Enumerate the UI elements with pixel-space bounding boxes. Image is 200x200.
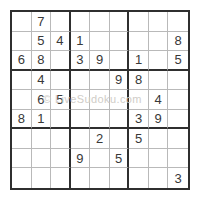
sudoku-cell-r8c2[interactable]: [32, 149, 52, 169]
sudoku-cell-r8c4[interactable]: 9: [71, 149, 91, 169]
sudoku-cell-r6c5[interactable]: [90, 110, 110, 130]
sudoku-cell-r4c3[interactable]: [51, 71, 71, 91]
sudoku-cell-r7c6[interactable]: [110, 129, 130, 149]
sudoku-cell-r7c2[interactable]: [32, 129, 52, 149]
sudoku-cell-r5c3[interactable]: 5: [51, 90, 71, 110]
sudoku-cell-r2c4[interactable]: 1: [71, 32, 91, 52]
sudoku-cell-r3c7[interactable]: 1: [129, 51, 149, 71]
sudoku-board: 75418683915498654813925953: [10, 10, 190, 190]
sudoku-cell-r4c1[interactable]: [12, 71, 32, 91]
sudoku-cell-r1c2[interactable]: 7: [32, 12, 52, 32]
sudoku-cell-r3c3[interactable]: [51, 51, 71, 71]
sudoku-cell-r4c4[interactable]: [71, 71, 91, 91]
sudoku-cell-r9c9[interactable]: 3: [168, 168, 188, 188]
sudoku-cell-r9c4[interactable]: [71, 168, 91, 188]
sudoku-cell-r9c6[interactable]: [110, 168, 130, 188]
sudoku-cell-r9c1[interactable]: [12, 168, 32, 188]
sudoku-cell-r4c6[interactable]: 9: [110, 71, 130, 91]
sudoku-cell-r1c5[interactable]: [90, 12, 110, 32]
sudoku-cell-r9c2[interactable]: [32, 168, 52, 188]
sudoku-cell-r6c6[interactable]: [110, 110, 130, 130]
sudoku-cell-r4c8[interactable]: [149, 71, 169, 91]
sudoku-cell-r7c8[interactable]: [149, 129, 169, 149]
sudoku-cell-r1c7[interactable]: [129, 12, 149, 32]
sudoku-cell-r6c3[interactable]: [51, 110, 71, 130]
sudoku-cell-r9c7[interactable]: [129, 168, 149, 188]
sudoku-cell-r4c9[interactable]: [168, 71, 188, 91]
sudoku-cell-r7c4[interactable]: [71, 129, 91, 149]
sudoku-cell-r6c8[interactable]: 9: [149, 110, 169, 130]
sudoku-cell-r7c7[interactable]: 5: [129, 129, 149, 149]
sudoku-cell-r1c4[interactable]: [71, 12, 91, 32]
sudoku-cell-r9c3[interactable]: [51, 168, 71, 188]
sudoku-cell-r3c9[interactable]: 5: [168, 51, 188, 71]
sudoku-cell-r5c8[interactable]: 4: [149, 90, 169, 110]
sudoku-cell-r8c3[interactable]: [51, 149, 71, 169]
sudoku-cell-r3c6[interactable]: [110, 51, 130, 71]
sudoku-cell-r2c5[interactable]: [90, 32, 110, 52]
sudoku-cell-r6c7[interactable]: 3: [129, 110, 149, 130]
sudoku-cell-r8c5[interactable]: [90, 149, 110, 169]
sudoku-cell-r3c8[interactable]: [149, 51, 169, 71]
sudoku-cell-r6c9[interactable]: [168, 110, 188, 130]
sudoku-cell-r1c1[interactable]: [12, 12, 32, 32]
sudoku-cell-r9c5[interactable]: [90, 168, 110, 188]
sudoku-cell-r7c9[interactable]: [168, 129, 188, 149]
sudoku-cell-r8c1[interactable]: [12, 149, 32, 169]
sudoku-cell-r5c9[interactable]: [168, 90, 188, 110]
sudoku-cell-r3c2[interactable]: 8: [32, 51, 52, 71]
sudoku-cell-r8c6[interactable]: 5: [110, 149, 130, 169]
sudoku-cell-r6c4[interactable]: [71, 110, 91, 130]
sudoku-cell-r5c4[interactable]: [71, 90, 91, 110]
sudoku-cell-r7c1[interactable]: [12, 129, 32, 149]
sudoku-cell-r2c6[interactable]: [110, 32, 130, 52]
sudoku-cell-r5c5[interactable]: [90, 90, 110, 110]
sudoku-cell-r7c3[interactable]: [51, 129, 71, 149]
sudoku-cell-r8c8[interactable]: [149, 149, 169, 169]
sudoku-cell-r3c1[interactable]: 6: [12, 51, 32, 71]
sudoku-cell-r3c5[interactable]: 9: [90, 51, 110, 71]
sudoku-cell-r2c9[interactable]: 8: [168, 32, 188, 52]
sudoku-cell-r4c7[interactable]: 8: [129, 71, 149, 91]
sudoku-cell-r2c7[interactable]: [129, 32, 149, 52]
sudoku-cell-r8c9[interactable]: [168, 149, 188, 169]
sudoku-cell-r2c3[interactable]: 4: [51, 32, 71, 52]
sudoku-cell-r5c1[interactable]: [12, 90, 32, 110]
sudoku-cell-r2c1[interactable]: [12, 32, 32, 52]
sudoku-cell-r2c8[interactable]: [149, 32, 169, 52]
sudoku-cell-r5c2[interactable]: 6: [32, 90, 52, 110]
sudoku-cell-r8c7[interactable]: [129, 149, 149, 169]
sudoku-cell-r1c3[interactable]: [51, 12, 71, 32]
sudoku-cell-r3c4[interactable]: 3: [71, 51, 91, 71]
sudoku-cell-r1c9[interactable]: [168, 12, 188, 32]
sudoku-cell-r9c8[interactable]: [149, 168, 169, 188]
sudoku-cell-r1c8[interactable]: [149, 12, 169, 32]
sudoku-cell-r4c5[interactable]: [90, 71, 110, 91]
sudoku-cell-r1c6[interactable]: [110, 12, 130, 32]
sudoku-cell-r4c2[interactable]: 4: [32, 71, 52, 91]
sudoku-cell-r5c6[interactable]: [110, 90, 130, 110]
sudoku-cell-r2c2[interactable]: 5: [32, 32, 52, 52]
sudoku-cell-r5c7[interactable]: [129, 90, 149, 110]
sudoku-cell-r7c5[interactable]: 2: [90, 129, 110, 149]
sudoku-cell-r6c1[interactable]: 8: [12, 110, 32, 130]
sudoku-cell-r6c2[interactable]: 1: [32, 110, 52, 130]
